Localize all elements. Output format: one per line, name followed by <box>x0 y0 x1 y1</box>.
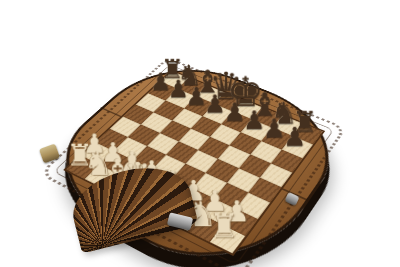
perspective-layer: ♜♞♝♛♚♝♞♜♟♟♟♟♟♟♟♟♟♟♟♟♟♟♟♟♜♞♝♛♚♝♞♜ <box>0 0 400 267</box>
chess-set-photo: ♜♞♝♛♚♝♞♜♟♟♟♟♟♟♟♟♟♟♟♟♟♟♟♟♜♞♝♛♚♝♞♜ <box>0 0 400 267</box>
white-rook-h1: ♜ <box>210 210 240 243</box>
black-pawn-h7: ♟ <box>283 124 306 150</box>
